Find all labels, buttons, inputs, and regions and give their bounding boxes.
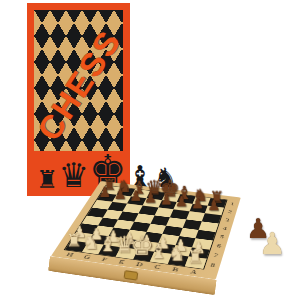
square-h8: ♜ [65, 241, 87, 252]
box-piece-silhouettes: ♜♛♚♝♞ [34, 151, 123, 192]
square-e5 [130, 221, 150, 231]
square-c2: ♟ [174, 202, 193, 212]
rank-label-2: 2 [222, 207, 237, 216]
light-bishop: ♝ [150, 241, 168, 262]
offboard-light-pawn: ♟ [259, 229, 286, 259]
file-label-g: G [76, 252, 98, 262]
rank-label-5: 5 [214, 232, 230, 243]
file-label-d: D [129, 260, 150, 270]
light-bishop: ♝ [99, 234, 117, 254]
light-pawn: ♟ [122, 232, 136, 248]
box-title: CHESS [34, 24, 123, 146]
king-silhouette-icon: ♚ [89, 152, 127, 191]
rank-label-6: 6 [211, 241, 227, 252]
box-diamond-pattern: CHESS [34, 10, 123, 151]
rank-label-1: 1 [225, 200, 240, 209]
square-h7: ♟ [71, 232, 93, 243]
square-a6 [192, 238, 212, 249]
dark-rook: ♜ [209, 189, 224, 205]
square-d4 [150, 215, 170, 225]
square-a4 [199, 221, 218, 231]
light-pawn: ♟ [73, 225, 87, 241]
square-h6 [76, 223, 97, 234]
square-c8: ♝ [150, 252, 171, 264]
light-pawn: ♟ [156, 236, 170, 252]
rank-label-8: 8 [204, 260, 221, 272]
queen-silhouette-icon: ♛ [58, 160, 88, 191]
square-a7: ♟ [189, 247, 210, 259]
square-d1: ♚ [162, 193, 181, 202]
square-g8: ♞ [82, 243, 104, 254]
square-f5 [114, 219, 135, 229]
square-b1: ♞ [192, 196, 210, 205]
square-a1: ♜ [208, 198, 226, 207]
square-h5 [82, 215, 103, 225]
light-rook: ♜ [186, 248, 203, 267]
square-e3 [138, 206, 158, 216]
square-f3 [123, 204, 143, 214]
square-d7: ♟ [137, 241, 158, 252]
file-label-h: H [59, 250, 81, 260]
square-f8: ♝ [99, 245, 121, 257]
light-queen: ♛ [115, 234, 135, 256]
square-e6 [125, 230, 146, 241]
square-g6 [93, 226, 114, 237]
square-g7: ♟ [87, 234, 109, 245]
square-a2: ♟ [205, 206, 224, 216]
dark-knight: ♞ [193, 187, 208, 204]
dark-pawn: ♟ [191, 197, 204, 212]
file-label-e: E [111, 257, 132, 267]
square-g4 [103, 209, 123, 219]
square-c5 [162, 226, 182, 237]
square-a8: ♜ [185, 257, 206, 269]
knight-silhouette-icon: ♞ [153, 166, 177, 191]
light-king: ♚ [130, 233, 153, 259]
square-c1: ♝ [177, 194, 196, 203]
chess-box-cover: CHESS ♜♛♚♝♞ [27, 3, 130, 196]
square-f7: ♟ [104, 236, 125, 247]
square-b4 [183, 219, 203, 229]
file-label-f: F [93, 255, 115, 265]
square-h3 [92, 200, 112, 209]
light-rook: ♜ [66, 232, 82, 250]
brass-clasp-icon [123, 270, 138, 281]
dark-bishop: ♝ [177, 184, 193, 202]
file-label-a: A [183, 267, 204, 277]
rook-silhouette-icon: ♜ [36, 168, 58, 191]
square-d6 [142, 232, 163, 243]
file-label-c: C [147, 262, 168, 272]
square-b5 [179, 228, 199, 239]
light-pawn: ♟ [174, 238, 188, 254]
light-knight: ♞ [168, 244, 186, 264]
square-e2: ♟ [143, 198, 162, 207]
board-grid: ♜♞♝♛♚♝♞♜♟♟♟♟♟♟♟♟♟♟♟♟♟♟♟♟♜♞♝♛♚♝♞♜ [64, 185, 228, 269]
square-d3 [154, 208, 173, 218]
square-d5 [146, 223, 166, 234]
square-b3 [186, 211, 205, 221]
rank-label-4: 4 [217, 223, 233, 233]
light-pawn: ♟ [89, 227, 103, 243]
square-g3 [107, 202, 127, 212]
light-pawn: ♟ [139, 234, 153, 250]
square-b8: ♞ [168, 254, 189, 266]
bishop-silhouette-icon: ♝ [127, 163, 154, 191]
dark-pawn: ♟ [207, 199, 220, 214]
square-e8: ♛ [116, 247, 138, 259]
light-pawn: ♟ [191, 241, 205, 257]
chess-set-product-photo: CHESS ♜♛♚♝♞ ♜♞♝♛♚♝♞♜♟♟♟♟♟♟♟♟♟♟♟♟♟♟♟♟♜♞♝♛… [0, 0, 300, 300]
dark-pawn: ♟ [175, 195, 188, 209]
square-c3 [170, 209, 189, 219]
dark-pawn: ♟ [160, 193, 173, 207]
rank-label-7: 7 [207, 250, 224, 261]
square-b6 [175, 236, 195, 247]
square-a5 [196, 230, 216, 241]
square-e4 [134, 213, 154, 223]
square-f4 [118, 211, 138, 221]
square-d2: ♟ [158, 200, 177, 209]
offboard-dark-pawn: ♟ [246, 215, 270, 242]
light-pawn: ♟ [106, 229, 120, 245]
rank-label-3: 3 [220, 215, 235, 225]
square-d8: ♚ [133, 250, 155, 262]
file-label-b: B [165, 265, 186, 275]
square-b7: ♟ [172, 245, 193, 257]
square-e7: ♟ [120, 238, 141, 249]
square-c4 [166, 217, 186, 227]
file-coordinates: HGFEDCBA [59, 250, 204, 277]
square-a3 [202, 213, 221, 223]
light-knight: ♞ [82, 233, 99, 252]
square-c7: ♟ [154, 243, 175, 254]
square-f2: ♟ [127, 196, 146, 205]
square-b2: ♟ [189, 204, 208, 214]
square-c6 [159, 234, 180, 245]
square-g5 [98, 217, 119, 227]
board-front-face [48, 256, 217, 295]
square-f6 [109, 228, 130, 239]
rank-coordinates: 12345678 [204, 200, 240, 272]
square-h4 [87, 208, 107, 218]
